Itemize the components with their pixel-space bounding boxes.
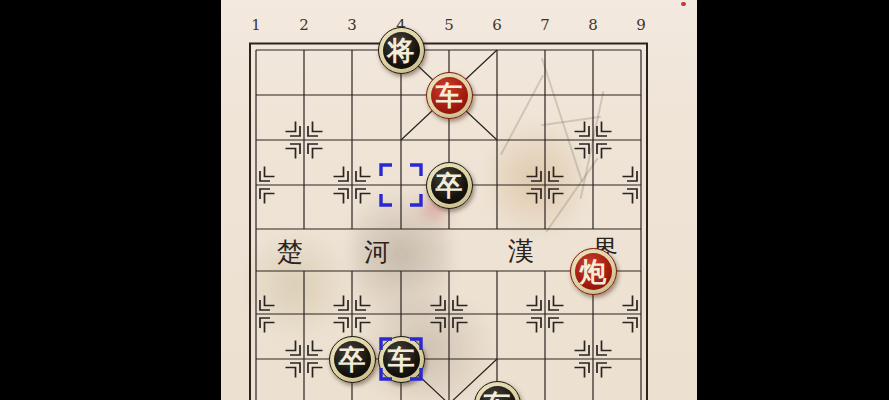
black-chariot[interactable]: 车 [474, 381, 521, 400]
letterbox-left [0, 0, 221, 400]
file-label: 6 [492, 16, 502, 34]
red-cannon[interactable]: 炮 [570, 248, 617, 295]
piece-glyph: 车 [378, 336, 425, 383]
file-labels: 1 2 3 4 5 6 7 8 9 [251, 16, 646, 34]
piece-glyph: 将 [378, 27, 425, 74]
file-label: 7 [540, 16, 550, 34]
black-chariot[interactable]: 车 [378, 336, 425, 383]
video-frame: 1 2 3 4 5 6 7 8 9 楚 河 漢 界 将车卒炮卒车车 [0, 0, 889, 400]
file-label: 3 [347, 16, 357, 34]
file-label: 8 [588, 16, 598, 34]
red-chariot[interactable]: 车 [426, 72, 473, 119]
river-char-han: 漢 [508, 236, 534, 266]
recording-artifact-dot [681, 2, 686, 6]
file-label: 9 [636, 16, 646, 34]
piece-glyph: 车 [474, 381, 521, 400]
black-soldier[interactable]: 卒 [329, 336, 376, 383]
file-label: 2 [299, 16, 309, 34]
river-char-he: 河 [364, 237, 390, 267]
piece-glyph: 车 [426, 72, 473, 119]
river-text: 楚 河 漢 界 [277, 234, 618, 267]
piece-glyph: 卒 [426, 162, 473, 209]
file-label: 1 [251, 16, 261, 34]
piece-glyph: 炮 [570, 248, 617, 295]
river-char-chu: 楚 [277, 237, 303, 267]
letterbox-right [697, 0, 889, 400]
game-area: 1 2 3 4 5 6 7 8 9 楚 河 漢 界 将车卒炮卒车车 [221, 0, 697, 400]
black-general[interactable]: 将 [378, 27, 425, 74]
file-label: 5 [444, 16, 454, 34]
piece-glyph: 卒 [329, 336, 376, 383]
black-soldier[interactable]: 卒 [426, 162, 473, 209]
